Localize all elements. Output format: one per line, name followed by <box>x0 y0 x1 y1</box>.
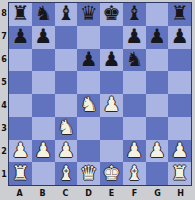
square-g8[interactable] <box>146 3 169 26</box>
file-labels: ABCDEFGH <box>8 186 192 200</box>
square-g6[interactable] <box>146 49 169 72</box>
square-a1[interactable]: ♜ <box>9 162 32 185</box>
rank-label-1: 1 <box>0 163 8 186</box>
square-f6[interactable]: ♞ <box>123 49 146 72</box>
black-pawn: ♟ <box>148 26 166 46</box>
square-a5[interactable] <box>9 71 32 94</box>
square-d3[interactable] <box>77 117 100 140</box>
square-d2[interactable] <box>77 140 100 163</box>
square-c4[interactable] <box>55 94 78 117</box>
square-c1[interactable]: ♝ <box>55 162 78 185</box>
square-b4[interactable] <box>32 94 55 117</box>
black-pawn: ♟ <box>102 49 120 69</box>
white-knight: ♞ <box>57 117 75 137</box>
square-d6[interactable]: ♟ <box>77 49 100 72</box>
square-f2[interactable]: ♟ <box>123 140 146 163</box>
square-a3[interactable] <box>9 117 32 140</box>
square-e7[interactable] <box>100 26 123 49</box>
square-d5[interactable] <box>77 71 100 94</box>
white-rook: ♜ <box>11 163 29 183</box>
square-c7[interactable] <box>55 26 78 49</box>
white-knight: ♞ <box>80 94 98 114</box>
rank-label-8: 8 <box>0 2 8 25</box>
black-rook: ♜ <box>11 3 29 23</box>
square-f7[interactable]: ♟ <box>123 26 146 49</box>
square-b7[interactable]: ♟ <box>32 26 55 49</box>
square-c3[interactable]: ♞ <box>55 117 78 140</box>
rank-label-7: 7 <box>0 25 8 48</box>
square-c8[interactable]: ♝ <box>55 3 78 26</box>
square-e3[interactable] <box>100 117 123 140</box>
rank-labels: 87654321 <box>0 2 8 186</box>
chess-widget: 87654321 ♜♞♝♛♚♝♜♟♟♟♟♟♟♟♞♞♟♞♟♟♟♟♟♟♜♝♛♚♝♜ … <box>0 0 195 200</box>
white-pawn: ♟ <box>102 94 120 114</box>
square-a8[interactable]: ♜ <box>9 3 32 26</box>
rank-label-2: 2 <box>0 140 8 163</box>
square-b1[interactable] <box>32 162 55 185</box>
square-g1[interactable] <box>146 162 169 185</box>
square-c6[interactable] <box>55 49 78 72</box>
white-pawn: ♟ <box>171 140 189 160</box>
file-label-e: E <box>100 186 123 200</box>
square-f4[interactable] <box>123 94 146 117</box>
chess-board: ♜♞♝♛♚♝♜♟♟♟♟♟♟♟♞♞♟♞♟♟♟♟♟♟♜♝♛♚♝♜ <box>8 2 192 186</box>
square-d7[interactable] <box>77 26 100 49</box>
square-b3[interactable] <box>32 117 55 140</box>
rank-label-3: 3 <box>0 117 8 140</box>
black-pawn: ♟ <box>11 26 29 46</box>
square-h3[interactable] <box>168 117 191 140</box>
square-b6[interactable] <box>32 49 55 72</box>
square-f8[interactable]: ♝ <box>123 3 146 26</box>
rank-label-5: 5 <box>0 71 8 94</box>
white-pawn: ♟ <box>11 140 29 160</box>
white-bishop: ♝ <box>125 163 143 183</box>
square-h8[interactable]: ♜ <box>168 3 191 26</box>
white-bishop: ♝ <box>57 163 75 183</box>
black-king: ♚ <box>102 3 120 23</box>
white-pawn: ♟ <box>57 140 75 160</box>
square-g5[interactable] <box>146 71 169 94</box>
black-pawn: ♟ <box>125 26 143 46</box>
square-h7[interactable]: ♟ <box>168 26 191 49</box>
white-king: ♚ <box>102 163 120 183</box>
black-knight: ♞ <box>125 49 143 69</box>
square-a6[interactable] <box>9 49 32 72</box>
file-label-a: A <box>8 186 31 200</box>
square-b8[interactable]: ♞ <box>32 3 55 26</box>
square-d4[interactable]: ♞ <box>77 94 100 117</box>
black-knight: ♞ <box>34 3 52 23</box>
square-h5[interactable] <box>168 71 191 94</box>
file-label-b: B <box>31 186 54 200</box>
black-pawn: ♟ <box>80 49 98 69</box>
square-a7[interactable]: ♟ <box>9 26 32 49</box>
square-c5[interactable] <box>55 71 78 94</box>
file-label-h: H <box>169 186 192 200</box>
square-d1[interactable]: ♛ <box>77 162 100 185</box>
square-e4[interactable]: ♟ <box>100 94 123 117</box>
square-e6[interactable]: ♟ <box>100 49 123 72</box>
square-f3[interactable] <box>123 117 146 140</box>
white-pawn: ♟ <box>125 140 143 160</box>
square-b5[interactable] <box>32 71 55 94</box>
file-label-d: D <box>77 186 100 200</box>
square-g2[interactable]: ♟ <box>146 140 169 163</box>
square-b2[interactable]: ♟ <box>32 140 55 163</box>
square-a4[interactable] <box>9 94 32 117</box>
square-a2[interactable]: ♟ <box>9 140 32 163</box>
black-pawn: ♟ <box>171 26 189 46</box>
black-pawn: ♟ <box>34 26 52 46</box>
square-h2[interactable]: ♟ <box>168 140 191 163</box>
white-queen: ♛ <box>80 163 98 183</box>
rank-label-6: 6 <box>0 48 8 71</box>
square-h4[interactable] <box>168 94 191 117</box>
black-bishop: ♝ <box>125 3 143 23</box>
square-e5[interactable] <box>100 71 123 94</box>
square-g4[interactable] <box>146 94 169 117</box>
square-g3[interactable] <box>146 117 169 140</box>
file-label-c: C <box>54 186 77 200</box>
black-bishop: ♝ <box>57 3 75 23</box>
square-e8[interactable]: ♚ <box>100 3 123 26</box>
black-rook: ♜ <box>171 3 189 23</box>
rank-label-4: 4 <box>0 94 8 117</box>
white-pawn: ♟ <box>34 140 52 160</box>
square-f5[interactable] <box>123 71 146 94</box>
square-e2[interactable] <box>100 140 123 163</box>
white-pawn: ♟ <box>148 140 166 160</box>
square-c2[interactable]: ♟ <box>55 140 78 163</box>
square-f1[interactable]: ♝ <box>123 162 146 185</box>
file-label-g: G <box>146 186 169 200</box>
square-g7[interactable]: ♟ <box>146 26 169 49</box>
square-h1[interactable]: ♜ <box>168 162 191 185</box>
square-e1[interactable]: ♚ <box>100 162 123 185</box>
white-rook: ♜ <box>171 163 189 183</box>
square-d8[interactable]: ♛ <box>77 3 100 26</box>
square-h6[interactable] <box>168 49 191 72</box>
black-queen: ♛ <box>80 3 98 23</box>
file-label-f: F <box>123 186 146 200</box>
